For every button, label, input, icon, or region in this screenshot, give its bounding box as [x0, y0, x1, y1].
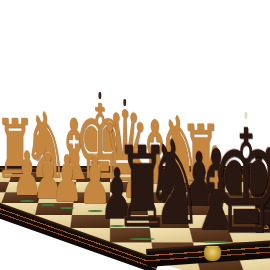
- felt-pad: [60, 207, 75, 209]
- finial-icon: [245, 112, 248, 119]
- chess-set-photo: hgfedcba12345678 ♜♞♝♚♛♝♞♜♟♟♟♟♟♟♟♜♞♟♝♚♛: [0, 0, 270, 270]
- piece-black-king[interactable]: ♚: [211, 111, 270, 254]
- finial-icon: [124, 99, 127, 106]
- felt-pad: [129, 238, 154, 240]
- piece-black-rook[interactable]: ♜: [115, 132, 170, 243]
